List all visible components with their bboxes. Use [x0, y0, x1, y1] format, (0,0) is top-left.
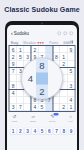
cell-r7c1[interactable]: 4	[10, 89, 17, 96]
cell-r1c1[interactable]: 6	[10, 46, 17, 53]
lens-digit-left: 4	[25, 73, 37, 85]
cell-r2c7[interactable]: 8	[53, 53, 60, 60]
cell-r9c5[interactable]: 5	[38, 104, 45, 111]
chart-icon[interactable]	[64, 31, 68, 35]
numpad-3[interactable]: 3	[24, 127, 31, 135]
toolbar: ↺Undo▱Erase✎Notes☼Hint	[9, 114, 76, 124]
phone-screen: ‹ Sudoku Easy Mistakes ♥♥♥ Points 0:00	[7, 25, 77, 150]
timer-value: 0:00	[63, 40, 69, 44]
cell-r5c9[interactable]	[67, 75, 74, 82]
cell-r4c1[interactable]: 7	[10, 68, 17, 75]
numpad-2[interactable]: 2	[17, 127, 24, 135]
cell-r1c9[interactable]: 9	[67, 46, 74, 53]
lens-digit-bottom: 2	[36, 86, 48, 98]
cell-r8c7[interactable]	[53, 97, 60, 104]
lives-hearts: ♥♥♥	[37, 40, 44, 44]
cell-r5c1[interactable]	[10, 75, 17, 82]
numpad-6[interactable]: 6	[46, 127, 53, 135]
cell-r9c9[interactable]: 1	[67, 104, 74, 111]
cell-r9c8[interactable]: 2	[60, 104, 67, 111]
numpad-1[interactable]: 1	[10, 127, 17, 135]
numpad-8[interactable]: 8	[61, 127, 68, 135]
cell-r7c9[interactable]	[67, 89, 74, 96]
cell-r4c9[interactable]: 5	[67, 68, 74, 75]
promo-title: Classic Sudoku Game	[0, 5, 84, 13]
notes-toggle-badge	[54, 113, 59, 116]
erase-icon: ▱	[32, 114, 35, 119]
difficulty-label[interactable]: Easy	[11, 40, 18, 44]
board-area: 612925397819827354813428374374521 8 4 2	[9, 45, 76, 112]
numpad-5[interactable]: 5	[39, 127, 46, 135]
cell-r8c9[interactable]: 4	[67, 97, 74, 104]
mistakes-group: Mistakes ♥♥♥	[23, 40, 44, 44]
palette-icon[interactable]	[58, 31, 62, 35]
undo-icon: ↺	[13, 114, 17, 119]
numpad-4[interactable]: 4	[32, 127, 39, 135]
cell-r8c1[interactable]	[10, 97, 17, 104]
cell-r2c9[interactable]	[67, 53, 74, 60]
lens-digit-top: 8	[36, 60, 48, 72]
hint-label: Hint	[68, 120, 72, 123]
erase-button[interactable]: ▱Erase	[30, 114, 37, 124]
cell-r1c2[interactable]: 1	[17, 46, 24, 53]
erase-label: Erase	[30, 120, 37, 123]
header-icons	[58, 31, 74, 35]
phone-frame: ‹ Sudoku Easy Mistakes ♥♥♥ Points 0:00	[5, 21, 79, 150]
undo-button[interactable]: ↺Undo	[12, 114, 18, 124]
back-button[interactable]: ‹ Sudoku	[11, 31, 29, 36]
cell-r7c2[interactable]	[17, 89, 24, 96]
numpad-9[interactable]: 9	[68, 127, 75, 135]
app-title: Sudoku	[14, 31, 29, 36]
notes-label: Notes	[49, 120, 56, 123]
magnifier-lens: 8 4 2	[21, 58, 63, 100]
cell-r9c2[interactable]: 7	[17, 104, 24, 111]
cell-r9c7[interactable]	[53, 104, 60, 111]
numpad: 123456789	[9, 127, 76, 135]
notes-button[interactable]: ✎Notes	[49, 114, 56, 124]
cell-r8c2[interactable]	[17, 97, 24, 104]
cell-r1c4[interactable]: 2	[31, 46, 38, 53]
hint-button[interactable]: ☼Hint	[68, 114, 72, 124]
cell-r8c8[interactable]	[60, 97, 67, 104]
cell-r2c8[interactable]: 1	[60, 53, 67, 60]
back-chevron-icon: ‹	[11, 31, 13, 36]
cell-r1c7[interactable]	[53, 46, 60, 53]
timer-group: 0:00	[63, 40, 73, 44]
mistakes-label: Mistakes	[23, 40, 36, 44]
lens-selected-cell	[36, 73, 48, 85]
cell-r1c5[interactable]	[38, 46, 45, 53]
numpad-7[interactable]: 7	[53, 127, 60, 135]
cell-r1c8[interactable]	[60, 46, 67, 53]
cell-r2c1[interactable]: 2	[10, 53, 17, 60]
cell-r9c1[interactable]: 3	[10, 104, 17, 111]
hint-icon: ☼	[68, 114, 72, 119]
app-header: ‹ Sudoku	[7, 29, 77, 37]
cell-r9c4[interactable]: 4	[31, 104, 38, 111]
gear-icon[interactable]	[70, 31, 74, 35]
cell-r2c2[interactable]: 5	[17, 53, 24, 60]
undo-label: Undo	[12, 120, 18, 123]
cell-r7c8[interactable]	[60, 89, 67, 96]
score-label: Points	[49, 40, 58, 44]
pause-button[interactable]	[71, 41, 73, 44]
promo-screenshot: Classic Sudoku Game ‹ Sudoku Easy Mistak…	[0, 0, 84, 150]
